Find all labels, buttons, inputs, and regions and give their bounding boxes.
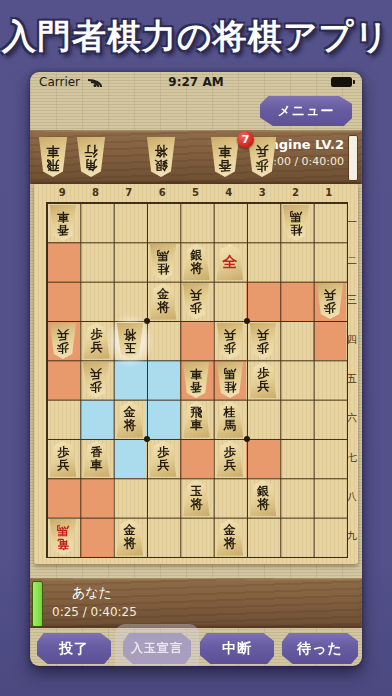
board-square[interactable] xyxy=(313,242,346,281)
file-label: 5 xyxy=(179,187,212,198)
hoshi-dot xyxy=(144,436,150,442)
board-square[interactable] xyxy=(313,518,346,557)
file-label: 8 xyxy=(79,187,112,198)
hoshi-dot xyxy=(244,436,250,442)
shogi-piece-香車[interactable]: 香車 xyxy=(210,137,240,177)
board-square[interactable] xyxy=(213,203,246,242)
board-square[interactable] xyxy=(313,321,346,360)
board-square[interactable] xyxy=(280,360,313,399)
board-square[interactable] xyxy=(80,203,113,242)
board-square[interactable] xyxy=(280,439,313,478)
board-square[interactable] xyxy=(313,439,346,478)
player-time-gauge xyxy=(32,581,43,627)
board-square[interactable] xyxy=(313,360,346,399)
board-square[interactable] xyxy=(113,478,146,517)
shogi-piece-銀将[interactable]: 銀将 xyxy=(146,137,176,177)
board-grid: 香車桂馬桂馬銀将全金将歩兵歩兵歩兵歩兵玉将歩兵歩兵歩兵香車桂馬歩兵金将飛車桂馬歩… xyxy=(46,202,348,558)
board-square[interactable] xyxy=(80,518,113,557)
shogi-piece-飛車[interactable]: 飛車 xyxy=(38,137,68,177)
clock-label: 9:27 AM xyxy=(30,75,362,89)
board-square[interactable] xyxy=(146,400,179,439)
board-square[interactable] xyxy=(113,203,146,242)
board-square[interactable] xyxy=(280,242,313,281)
board-square[interactable] xyxy=(180,439,213,478)
board-square[interactable] xyxy=(280,321,313,360)
board-square[interactable] xyxy=(180,321,213,360)
board-square[interactable] xyxy=(47,478,80,517)
board-square[interactable] xyxy=(246,203,279,242)
shogi-board: 987654321 一二三四五六七八九 香車桂馬桂馬銀将全金将歩兵歩兵歩兵歩兵玉… xyxy=(34,184,358,564)
file-label: 3 xyxy=(245,187,278,198)
file-labels: 987654321 xyxy=(46,187,346,200)
player-name: あなた xyxy=(72,584,137,602)
board-square[interactable] xyxy=(113,439,146,478)
player-clock: 0:25 / 0:40:25 xyxy=(52,605,137,619)
board-square[interactable] xyxy=(313,203,346,242)
board-square[interactable] xyxy=(280,478,313,517)
opponent-time-gauge xyxy=(348,135,358,181)
file-label: 6 xyxy=(145,187,178,198)
board-square[interactable] xyxy=(313,478,346,517)
board-square[interactable] xyxy=(280,400,313,439)
board-square[interactable] xyxy=(47,282,80,321)
captured-count-badge: 7 xyxy=(237,131,254,148)
board-square[interactable] xyxy=(280,518,313,557)
undo-button[interactable]: 待った xyxy=(282,633,358,664)
file-label: 1 xyxy=(312,187,345,198)
opponent-bar: 飛車角行銀将香車歩兵7 ZEngine LV.2 0:00 / 0:40:00 xyxy=(30,130,362,184)
board-square[interactable] xyxy=(280,282,313,321)
board-square[interactable] xyxy=(47,242,80,281)
board-square[interactable] xyxy=(246,439,279,478)
shogi-piece-角行[interactable]: 角行 xyxy=(76,137,106,177)
board-square[interactable] xyxy=(213,478,246,517)
file-label: 4 xyxy=(212,187,245,198)
file-label: 9 xyxy=(46,187,79,198)
resign-button[interactable]: 投了 xyxy=(37,633,111,664)
menu-button[interactable]: メニュー xyxy=(260,96,352,126)
board-square[interactable] xyxy=(47,400,80,439)
board-square[interactable] xyxy=(146,203,179,242)
board-square[interactable] xyxy=(180,518,213,557)
board-square[interactable] xyxy=(246,242,279,281)
board-square[interactable] xyxy=(313,400,346,439)
board-square[interactable] xyxy=(146,478,179,517)
hoshi-dot xyxy=(244,318,250,324)
board-square[interactable] xyxy=(80,400,113,439)
page-title: 入門者棋力の将棋アプリ xyxy=(0,14,392,60)
board-square[interactable] xyxy=(80,242,113,281)
status-bar: Carrier 9:27 AM xyxy=(30,72,362,92)
board-square[interactable] xyxy=(80,478,113,517)
suspend-button[interactable]: 中断 xyxy=(200,633,274,664)
board-square[interactable] xyxy=(47,360,80,399)
board-square[interactable] xyxy=(246,400,279,439)
declare-king-button: 入玉宣言 xyxy=(123,633,191,664)
board-square[interactable] xyxy=(246,282,279,321)
file-label: 7 xyxy=(112,187,145,198)
file-label: 2 xyxy=(279,187,312,198)
board-square[interactable] xyxy=(246,518,279,557)
board-square[interactable] xyxy=(180,203,213,242)
player-bar: あなた 0:25 / 0:40:25 xyxy=(30,578,362,628)
app-screenshot: Carrier 9:27 AM メニュー 飛車角行銀将香車歩兵7 ZEngine… xyxy=(30,72,362,666)
board-square[interactable] xyxy=(113,242,146,281)
battery-icon xyxy=(331,77,352,87)
board-square[interactable] xyxy=(213,282,246,321)
board-square[interactable] xyxy=(146,518,179,557)
